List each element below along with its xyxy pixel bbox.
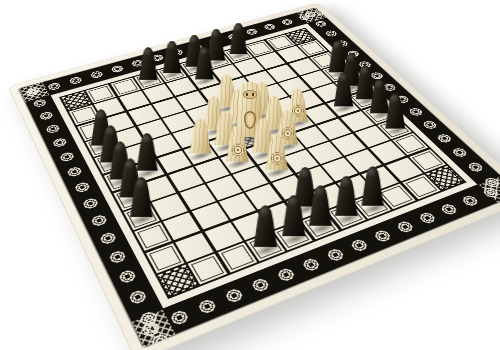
hnefatafl-board-mat [8,2,500,350]
band-corner-knot [479,176,500,202]
band-corner-knot [19,82,49,102]
square-c6[interactable] [157,150,191,173]
square-b4[interactable] [152,194,188,220]
square-b3[interactable] [163,213,200,241]
band-corner-knot [297,8,326,23]
board-3d-wrapper [8,2,500,350]
square-j2[interactable] [386,158,423,182]
square-c4[interactable] [180,185,216,211]
square-k2[interactable] [409,149,446,172]
square-e4[interactable] [233,167,269,191]
square-k1[interactable] [426,166,464,190]
band-corner-knot [132,310,176,347]
square-c1[interactable] [217,243,256,273]
square-c2[interactable] [204,222,242,250]
photo-scene [0,0,500,350]
square-j1[interactable] [402,175,440,200]
square-a1[interactable] [158,265,198,297]
